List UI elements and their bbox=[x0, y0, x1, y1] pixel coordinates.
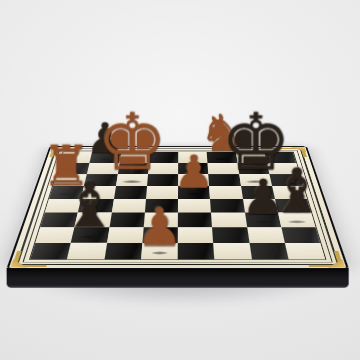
chess-board: ♟♞♚♚♜♟♟♝♝♟ bbox=[9, 147, 346, 268]
white-pawn: ♟ bbox=[136, 201, 183, 253]
square-d1: ♟ bbox=[141, 243, 178, 260]
square-e5: ♟ bbox=[178, 186, 210, 199]
square-g2 bbox=[247, 227, 285, 243]
perspective-stage: ♟♞♚♚♜♟♟♝♝♟ bbox=[0, 0, 360, 360]
square-h3: ♝ bbox=[278, 213, 316, 228]
brass-corner-accent-back-left bbox=[50, 148, 76, 156]
square-f5 bbox=[209, 186, 242, 199]
square-e2 bbox=[178, 227, 214, 243]
black-bishop: ♝ bbox=[62, 173, 119, 236]
square-f4 bbox=[210, 199, 244, 213]
black-bishop: ♝ bbox=[269, 160, 324, 221]
photo-backdrop: ♟♞♚♚♜♟♟♝♝♟ bbox=[0, 0, 360, 360]
square-c6: ♚ bbox=[116, 174, 148, 186]
square-b2: ♝ bbox=[71, 227, 109, 243]
white-pawn: ♟ bbox=[174, 149, 215, 194]
square-f2 bbox=[212, 227, 249, 243]
square-h2 bbox=[281, 227, 320, 243]
square-e3 bbox=[178, 213, 212, 228]
board-front-edge bbox=[7, 268, 349, 288]
board-squares: ♟♞♚♚♜♟♟♝♝♟ bbox=[29, 152, 326, 260]
